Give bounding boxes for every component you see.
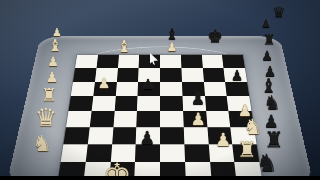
square-e4[interactable]: [160, 111, 183, 127]
piece-black-king-g8[interactable]: ♚: [207, 27, 223, 45]
square-c3[interactable]: [112, 127, 137, 144]
piece-white-knight-h3[interactable]: ♞: [244, 117, 263, 138]
square-g4[interactable]: [206, 111, 231, 127]
captured-black-knight-9: ♞: [256, 151, 278, 175]
square-a8[interactable]: [75, 55, 98, 68]
square-e7[interactable]: [160, 68, 182, 82]
square-c6[interactable]: [115, 82, 138, 96]
square-e8[interactable]: [160, 55, 181, 68]
piece-black-pawn-f4[interactable]: ♟: [191, 91, 205, 107]
square-c4[interactable]: [113, 111, 137, 127]
square-f2[interactable]: [184, 144, 210, 162]
square-e5[interactable]: [160, 96, 183, 111]
captured-black-pawn-3: ♟: [261, 49, 273, 62]
square-h6[interactable]: [225, 82, 249, 96]
square-a3[interactable]: [63, 127, 89, 144]
piece-white-pawn-e7[interactable]: ♟: [167, 41, 178, 53]
captured-black-pawn-1: ♟: [261, 18, 271, 29]
square-a2[interactable]: [61, 144, 88, 162]
piece-white-bishop-c6[interactable]: ♝: [117, 39, 131, 55]
square-c7[interactable]: [117, 68, 139, 82]
square-b5[interactable]: [91, 96, 115, 111]
square-b4[interactable]: [90, 111, 115, 127]
square-g8[interactable]: [201, 55, 223, 68]
captured-black-knight-6: ♞: [263, 93, 280, 112]
letterbox-bottom: [0, 176, 320, 180]
square-d4[interactable]: [137, 111, 160, 127]
square-a5[interactable]: [68, 96, 93, 111]
square-b3[interactable]: [88, 127, 113, 144]
captured-black-rook-8: ♜: [264, 129, 284, 151]
square-c5[interactable]: [114, 96, 137, 111]
square-e2[interactable]: [160, 144, 185, 162]
captured-white-bishop-1: ♝: [48, 38, 62, 54]
piece-black-pawn-d5[interactable]: ♟: [142, 77, 155, 91]
square-a4[interactable]: [66, 111, 91, 127]
captured-white-rook-4: ♜: [41, 86, 57, 104]
square-g6[interactable]: [203, 82, 226, 96]
square-c8[interactable]: [118, 55, 140, 68]
piece-white-pawn-g3[interactable]: ♟: [215, 131, 231, 149]
square-f3[interactable]: [183, 127, 208, 144]
square-f8[interactable]: [181, 55, 203, 68]
square-e3[interactable]: [160, 127, 184, 144]
square-d8[interactable]: [139, 55, 160, 68]
square-a6[interactable]: [71, 82, 95, 96]
captured-black-queen-0: ♛: [272, 5, 285, 20]
piece-black-pawn-d3[interactable]: ♟: [139, 129, 155, 147]
square-f7[interactable]: [181, 68, 203, 82]
piece-white-pawn-b5[interactable]: ♟: [98, 76, 111, 90]
captured-black-rook-2: ♜: [263, 32, 276, 46]
captured-white-pawn-2: ♟: [47, 55, 59, 68]
captured-white-queen-5: ♛: [35, 105, 57, 130]
square-g5[interactable]: [205, 96, 229, 111]
captured-white-knight-6: ♞: [32, 133, 52, 155]
square-d5[interactable]: [137, 96, 160, 111]
piece-black-pawn-h5[interactable]: ♟: [231, 68, 244, 82]
captured-white-pawn-3: ♟: [46, 70, 59, 84]
square-b8[interactable]: [96, 55, 118, 68]
piece-white-rook-h2[interactable]: ♜: [237, 139, 257, 161]
chess-3d-scene: ♝♚♟♝♟♟♟♟♟♟♞♟♟♜♚♟♝♟♟♜♛♞♛♟♜♟♟♝♞♟♜♞: [0, 0, 320, 180]
square-e6[interactable]: [160, 82, 182, 96]
square-a7[interactable]: [73, 68, 96, 82]
piece-white-pawn-f3[interactable]: ♟: [190, 111, 205, 128]
square-g7[interactable]: [202, 68, 225, 82]
